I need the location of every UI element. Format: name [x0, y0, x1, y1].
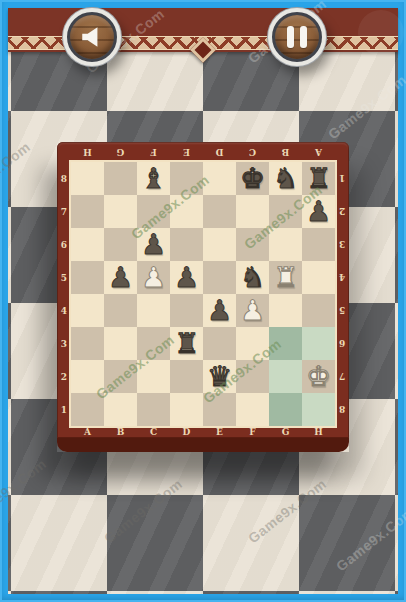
square-g6[interactable]: [269, 228, 302, 261]
square-h3[interactable]: [302, 327, 335, 360]
pause-icon: [272, 12, 322, 62]
square-h4[interactable]: [302, 294, 335, 327]
coord-label-F: F: [236, 426, 269, 438]
square-f6[interactable]: [236, 228, 269, 261]
square-d4[interactable]: [170, 294, 203, 327]
square-e7[interactable]: [203, 195, 236, 228]
square-c4[interactable]: [137, 294, 170, 327]
sound-button[interactable]: [63, 8, 121, 66]
square-b8[interactable]: [104, 162, 137, 195]
square-a3[interactable]: [71, 327, 104, 360]
square-b4[interactable]: [104, 294, 137, 327]
square-d1[interactable]: [170, 393, 203, 426]
coord-label-2: 2: [57, 360, 71, 393]
square-e6[interactable]: [203, 228, 236, 261]
black-rook-d3[interactable]: ♜: [174, 327, 199, 360]
speaker-icon: [67, 12, 117, 62]
coord-label-E: E: [203, 426, 236, 438]
square-f5[interactable]: ♞: [236, 261, 269, 294]
square-f2[interactable]: [236, 360, 269, 393]
square-g4[interactable]: [269, 294, 302, 327]
coord-label-H: H: [302, 426, 335, 438]
square-a1[interactable]: [71, 393, 104, 426]
white-king-h2[interactable]: ♚: [306, 360, 331, 393]
coord-label-C: C: [137, 426, 170, 438]
square-g5[interactable]: ♜: [269, 261, 302, 294]
black-pawn-d5[interactable]: ♟: [174, 261, 199, 294]
square-a6[interactable]: [71, 228, 104, 261]
board-squares: ♝♚♞♜♟♟♟♟♟♞♜♟♟♜♛♚: [71, 162, 335, 426]
board-frame: HGFEDCBA ABCDEFGH 87654321 12345678 ♝♚♞♜…: [57, 142, 349, 438]
square-h6[interactable]: [302, 228, 335, 261]
black-bishop-c8[interactable]: ♝: [141, 162, 166, 195]
coord-label-3: 3: [57, 327, 71, 360]
square-a2[interactable]: [71, 360, 104, 393]
pause-button[interactable]: [268, 8, 326, 66]
coord-label-G: G: [104, 142, 137, 162]
square-h1[interactable]: [302, 393, 335, 426]
square-d6[interactable]: [170, 228, 203, 261]
coord-label-D: D: [203, 142, 236, 162]
black-pawn-h7[interactable]: ♟: [306, 195, 331, 228]
square-a8[interactable]: [71, 162, 104, 195]
square-a7[interactable]: [71, 195, 104, 228]
coord-label-B: B: [104, 426, 137, 438]
square-a4[interactable]: [71, 294, 104, 327]
square-a5[interactable]: [71, 261, 104, 294]
chess-board: HGFEDCBA ABCDEFGH 87654321 12345678 ♝♚♞♜…: [57, 142, 349, 452]
square-e1[interactable]: [203, 393, 236, 426]
black-king-f8[interactable]: ♚: [240, 162, 265, 195]
square-f4[interactable]: ♟: [236, 294, 269, 327]
square-h2[interactable]: ♚: [302, 360, 335, 393]
square-f3[interactable]: [236, 327, 269, 360]
black-knight-f5[interactable]: ♞: [240, 261, 265, 294]
square-d2[interactable]: [170, 360, 203, 393]
white-pawn-f4[interactable]: ♟: [240, 294, 265, 327]
black-pawn-b5[interactable]: ♟: [108, 261, 133, 294]
square-c1[interactable]: [137, 393, 170, 426]
coord-label-7: 7: [335, 360, 349, 393]
square-c5[interactable]: ♟: [137, 261, 170, 294]
white-pawn-c5[interactable]: ♟: [141, 261, 166, 294]
square-h5[interactable]: [302, 261, 335, 294]
square-e2[interactable]: ♛: [203, 360, 236, 393]
square-c3[interactable]: [137, 327, 170, 360]
coord-label-A: A: [71, 426, 104, 438]
square-e5[interactable]: [203, 261, 236, 294]
square-f1[interactable]: [236, 393, 269, 426]
coord-label-5: 5: [335, 294, 349, 327]
coord-label-E: E: [170, 142, 203, 162]
square-d7[interactable]: [170, 195, 203, 228]
coord-label-6: 6: [57, 228, 71, 261]
square-f8[interactable]: ♚: [236, 162, 269, 195]
square-e4[interactable]: ♟: [203, 294, 236, 327]
square-c8[interactable]: ♝: [137, 162, 170, 195]
square-b2[interactable]: [104, 360, 137, 393]
square-d8[interactable]: [170, 162, 203, 195]
square-e8[interactable]: [203, 162, 236, 195]
square-h7[interactable]: ♟: [302, 195, 335, 228]
square-b1[interactable]: [104, 393, 137, 426]
coord-label-C: C: [236, 142, 269, 162]
coord-label-7: 7: [57, 195, 71, 228]
square-d3[interactable]: ♜: [170, 327, 203, 360]
coords-right: 12345678: [335, 162, 349, 426]
square-b3[interactable]: [104, 327, 137, 360]
square-b5[interactable]: ♟: [104, 261, 137, 294]
square-g8[interactable]: ♞: [269, 162, 302, 195]
black-queen-e2[interactable]: ♛: [207, 360, 232, 393]
square-b6[interactable]: [104, 228, 137, 261]
board-base: [57, 438, 349, 452]
black-pawn-e4[interactable]: ♟: [207, 294, 232, 327]
coord-label-A: A: [302, 142, 335, 162]
square-d5[interactable]: ♟: [170, 261, 203, 294]
square-b7[interactable]: [104, 195, 137, 228]
square-f7[interactable]: [236, 195, 269, 228]
square-c7[interactable]: [137, 195, 170, 228]
coord-label-1: 1: [57, 393, 71, 426]
coords-bottom: ABCDEFGH: [71, 426, 335, 438]
coord-label-4: 4: [335, 261, 349, 294]
coords-top: HGFEDCBA: [71, 142, 335, 162]
coord-label-6: 6: [335, 327, 349, 360]
playing-area: ♝♚♞♜♟♟♟♟♟♞♜♟♟♜♛♚: [71, 162, 335, 426]
coord-label-F: F: [137, 142, 170, 162]
square-g3[interactable]: [269, 327, 302, 360]
coord-label-8: 8: [57, 162, 71, 195]
coord-label-2: 2: [335, 195, 349, 228]
coord-label-5: 5: [57, 261, 71, 294]
coords-left: 87654321: [57, 162, 71, 426]
coord-label-G: G: [269, 426, 302, 438]
square-g1[interactable]: [269, 393, 302, 426]
coord-label-8: 8: [335, 393, 349, 426]
coord-label-B: B: [269, 142, 302, 162]
coord-label-4: 4: [57, 294, 71, 327]
square-c6[interactable]: ♟: [137, 228, 170, 261]
black-knight-g8[interactable]: ♞: [273, 162, 298, 195]
black-pawn-c6[interactable]: ♟: [141, 228, 166, 261]
white-rook-g5[interactable]: ♜: [273, 261, 298, 294]
black-rook-h8[interactable]: ♜: [306, 162, 331, 195]
coord-label-1: 1: [335, 162, 349, 195]
square-c2[interactable]: [137, 360, 170, 393]
coord-label-3: 3: [335, 228, 349, 261]
square-e3[interactable]: [203, 327, 236, 360]
square-g7[interactable]: [269, 195, 302, 228]
square-h8[interactable]: ♜: [302, 162, 335, 195]
coord-label-H: H: [71, 142, 104, 162]
square-g2[interactable]: [269, 360, 302, 393]
coord-label-D: D: [170, 426, 203, 438]
